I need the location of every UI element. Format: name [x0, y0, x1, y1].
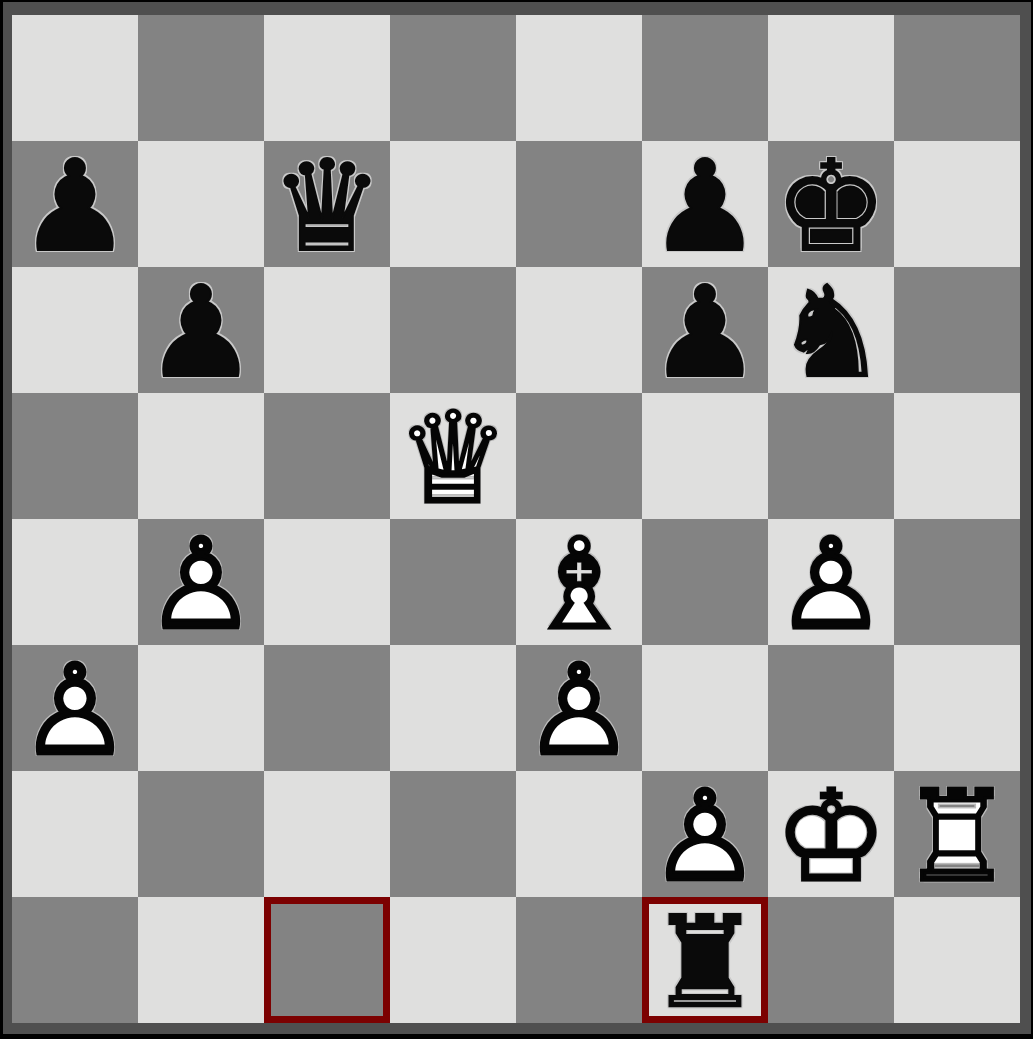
- square-d1[interactable]: [390, 897, 516, 1023]
- piece-glyph-fill: ♟: [19, 144, 132, 270]
- square-e1[interactable]: [516, 897, 642, 1023]
- square-c5[interactable]: [264, 393, 390, 519]
- square-b4[interactable]: ♟♙: [138, 519, 264, 645]
- square-g2[interactable]: ♚♔: [768, 771, 894, 897]
- square-a2[interactable]: [12, 771, 138, 897]
- square-d8[interactable]: [390, 15, 516, 141]
- square-f4[interactable]: [642, 519, 768, 645]
- square-f7[interactable]: ♟: [642, 141, 768, 267]
- square-f3[interactable]: [642, 645, 768, 771]
- white-pawn[interactable]: ♟♙: [138, 519, 264, 645]
- square-e8[interactable]: [516, 15, 642, 141]
- white-pawn[interactable]: ♟♙: [516, 645, 642, 771]
- white-pawn[interactable]: ♟♙: [642, 771, 768, 897]
- square-d2[interactable]: [390, 771, 516, 897]
- black-knight[interactable]: ♞: [768, 267, 894, 393]
- piece-glyph-outline: ♙: [145, 522, 258, 648]
- square-g4[interactable]: ♟♙: [768, 519, 894, 645]
- black-rook[interactable]: ♜: [642, 897, 768, 1023]
- square-f1[interactable]: ♜: [642, 897, 768, 1023]
- white-pawn[interactable]: ♟♙: [12, 645, 138, 771]
- square-a5[interactable]: [12, 393, 138, 519]
- square-c7[interactable]: ♛: [264, 141, 390, 267]
- square-b1[interactable]: [138, 897, 264, 1023]
- square-h8[interactable]: [894, 15, 1020, 141]
- piece-glyph-outline: ♙: [19, 648, 132, 774]
- square-a4[interactable]: [12, 519, 138, 645]
- square-a8[interactable]: [12, 15, 138, 141]
- square-g5[interactable]: [768, 393, 894, 519]
- piece-glyph-outline: ♕: [397, 396, 510, 522]
- white-king[interactable]: ♚♔: [768, 771, 894, 897]
- black-pawn[interactable]: ♟: [642, 141, 768, 267]
- black-pawn[interactable]: ♟: [642, 267, 768, 393]
- piece-glyph-outline: ♗: [523, 522, 636, 648]
- square-b3[interactable]: [138, 645, 264, 771]
- black-pawn[interactable]: ♟: [12, 141, 138, 267]
- square-e4[interactable]: ♝♗: [516, 519, 642, 645]
- chess-board[interactable]: ♟♛♟♚♟♟♞♛♕♟♙♝♗♟♙♟♙♟♙♟♙♚♔♜♖♜: [12, 15, 1020, 1023]
- piece-glyph-outline: ♙: [775, 522, 888, 648]
- piece-glyph-outline: ♙: [523, 648, 636, 774]
- square-d4[interactable]: [390, 519, 516, 645]
- square-b6[interactable]: ♟: [138, 267, 264, 393]
- black-king[interactable]: ♚: [768, 141, 894, 267]
- square-e5[interactable]: [516, 393, 642, 519]
- white-bishop[interactable]: ♝♗: [516, 519, 642, 645]
- square-h4[interactable]: [894, 519, 1020, 645]
- square-g3[interactable]: [768, 645, 894, 771]
- square-h3[interactable]: [894, 645, 1020, 771]
- square-g7[interactable]: ♚: [768, 141, 894, 267]
- square-c1[interactable]: [264, 897, 390, 1023]
- square-a1[interactable]: [12, 897, 138, 1023]
- square-c3[interactable]: [264, 645, 390, 771]
- square-a3[interactable]: ♟♙: [12, 645, 138, 771]
- square-h5[interactable]: [894, 393, 1020, 519]
- piece-glyph-outline: ♙: [649, 774, 762, 900]
- black-pawn[interactable]: ♟: [138, 267, 264, 393]
- white-rook[interactable]: ♜♖: [894, 771, 1020, 897]
- square-g8[interactable]: [768, 15, 894, 141]
- square-d6[interactable]: [390, 267, 516, 393]
- square-b5[interactable]: [138, 393, 264, 519]
- piece-glyph-outline: ♖: [901, 774, 1014, 900]
- white-pawn[interactable]: ♟♙: [768, 519, 894, 645]
- piece-glyph-outline: ♔: [775, 774, 888, 900]
- square-h7[interactable]: [894, 141, 1020, 267]
- square-f6[interactable]: ♟: [642, 267, 768, 393]
- black-queen[interactable]: ♛: [264, 141, 390, 267]
- square-c6[interactable]: [264, 267, 390, 393]
- square-f5[interactable]: [642, 393, 768, 519]
- square-e6[interactable]: [516, 267, 642, 393]
- board-frame: ♟♛♟♚♟♟♞♛♕♟♙♝♗♟♙♟♙♟♙♟♙♚♔♜♖♜: [3, 2, 1031, 1034]
- piece-glyph-fill: ♚: [775, 144, 888, 270]
- square-a6[interactable]: [12, 267, 138, 393]
- piece-glyph-fill: ♛: [271, 144, 384, 270]
- square-a7[interactable]: ♟: [12, 141, 138, 267]
- square-e2[interactable]: [516, 771, 642, 897]
- square-e7[interactable]: [516, 141, 642, 267]
- square-b7[interactable]: [138, 141, 264, 267]
- square-e3[interactable]: ♟♙: [516, 645, 642, 771]
- square-f2[interactable]: ♟♙: [642, 771, 768, 897]
- square-d7[interactable]: [390, 141, 516, 267]
- piece-glyph-fill: ♞: [775, 270, 888, 396]
- square-d3[interactable]: [390, 645, 516, 771]
- white-queen[interactable]: ♛♕: [390, 393, 516, 519]
- square-g6[interactable]: ♞: [768, 267, 894, 393]
- square-c2[interactable]: [264, 771, 390, 897]
- square-d5[interactable]: ♛♕: [390, 393, 516, 519]
- piece-glyph-fill: ♟: [649, 270, 762, 396]
- square-b8[interactable]: [138, 15, 264, 141]
- square-f8[interactable]: [642, 15, 768, 141]
- square-h2[interactable]: ♜♖: [894, 771, 1020, 897]
- square-c4[interactable]: [264, 519, 390, 645]
- piece-glyph-fill: ♟: [649, 144, 762, 270]
- square-b2[interactable]: [138, 771, 264, 897]
- square-g1[interactable]: [768, 897, 894, 1023]
- square-c8[interactable]: [264, 15, 390, 141]
- piece-glyph-fill: ♜: [649, 900, 762, 1026]
- piece-glyph-fill: ♟: [145, 270, 258, 396]
- square-h6[interactable]: [894, 267, 1020, 393]
- square-h1[interactable]: [894, 897, 1020, 1023]
